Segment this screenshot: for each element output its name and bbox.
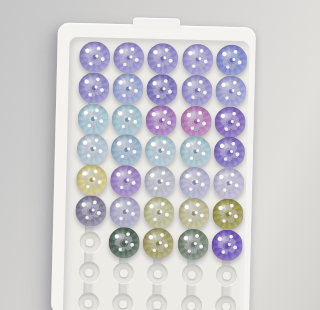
tray-slot: ✿ (75, 133, 110, 165)
tray-slot (105, 288, 140, 310)
bead-pale-green-champagne: ✿ (144, 197, 176, 229)
tray-slot: ✿ (145, 74, 180, 106)
tray-slot: ✿ (210, 229, 245, 261)
bead-lilac: ✿ (110, 165, 142, 197)
empty-slot (112, 293, 134, 310)
bead-medium-purple: ✿ (215, 106, 247, 138)
tray-slot (72, 257, 107, 289)
tray-tab (133, 17, 180, 28)
empty-slot (78, 292, 100, 310)
empty-slot (146, 294, 168, 310)
bead-ice-aqua: ✿ (77, 103, 109, 135)
empty-slot (215, 296, 237, 310)
bead-pink-mauve: ✿ (180, 105, 212, 137)
tray-slot (72, 226, 107, 258)
empty-slot (216, 265, 238, 287)
tray-slot: ✿ (177, 167, 212, 199)
bead-champagne-yellow: ✿ (76, 164, 108, 196)
bead-grid: ✿✿✿✿✿✿✿✿✿✿✿✿✿✿✿✿✿✿✿✿✿✿✿✿✿✿✿✿✿✿✿✿✿✿ (63, 37, 250, 310)
tray-slot: ✿ (110, 103, 145, 135)
tray-slot: ✿ (180, 44, 215, 76)
bead-smoky-grey-mauve: ✿ (75, 195, 107, 227)
bead-champagne: ✿ (178, 197, 210, 229)
tray-slot: ✿ (175, 228, 210, 260)
bead-icy-silver-blue: ✿ (76, 133, 108, 165)
tray-slot: ✿ (142, 197, 177, 229)
tray-slot: ✿ (176, 198, 211, 230)
tray-slot (174, 290, 209, 310)
tray-slot (71, 287, 106, 310)
bead-periwinkle-blue: ✿ (216, 44, 248, 76)
tray-slot: ✿ (214, 44, 249, 76)
empty-slot (182, 264, 204, 286)
bead-violet: ✿ (147, 73, 179, 105)
bead-sage-green: ✿ (177, 228, 209, 260)
tray-slot (140, 289, 175, 310)
bead-olive-khaki: ✿ (212, 198, 244, 230)
bead-ice-blue-lavender: ✿ (112, 73, 144, 105)
tray-slot (175, 259, 210, 291)
empty-slot (78, 262, 100, 284)
bead-orchid-pink: ✿ (146, 104, 178, 136)
bead-vivid-violet: ✿ (212, 229, 244, 261)
bead-pale-lavender-white: ✿ (213, 168, 245, 200)
tray-slot: ✿ (110, 73, 145, 105)
bead-dark-green: ✿ (108, 227, 140, 259)
tray-slot: ✿ (211, 198, 246, 230)
tray-slot: ✿ (213, 106, 248, 138)
tray-slot (209, 260, 244, 292)
tray-slot: ✿ (146, 43, 181, 75)
bead-silver-ab: ✿ (144, 166, 176, 198)
bead-pale-lavender: ✿ (182, 44, 214, 76)
tray-slot: ✿ (111, 42, 146, 74)
rose-carving-glyph: ✿ (74, 194, 107, 227)
tray-slot: ✿ (107, 227, 142, 259)
tray-slot: ✿ (73, 195, 108, 227)
rose-carving-glyph: ✿ (173, 224, 213, 264)
rose-carving-glyph: ✿ (209, 226, 246, 263)
tray-slot (106, 257, 141, 289)
tray-slot (140, 258, 175, 290)
bead-olive-champagne: ✿ (143, 227, 175, 259)
tray-slot: ✿ (76, 72, 111, 104)
empty-slot (147, 263, 169, 285)
tray-slot: ✿ (141, 227, 176, 259)
bead-ice-aqua: ✿ (111, 103, 143, 135)
tray-slot (208, 291, 243, 310)
empty-slot (113, 262, 135, 284)
tray-inner-recess: ✿✿✿✿✿✿✿✿✿✿✿✿✿✿✿✿✿✿✿✿✿✿✿✿✿✿✿✿✿✿✿✿✿✿ (63, 37, 250, 310)
empty-slot (79, 231, 101, 253)
empty-slot (181, 295, 203, 310)
tray-slot: ✿ (143, 166, 178, 198)
tray-slot: ✿ (74, 164, 109, 196)
tray-slot: ✿ (144, 104, 179, 136)
bead-tray: ✿✿✿✿✿✿✿✿✿✿✿✿✿✿✿✿✿✿✿✿✿✿✿✿✿✿✿✿✿✿✿✿✿✿ (51, 23, 256, 310)
tray-slot: ✿ (211, 168, 246, 200)
bead-lavender: ✿ (113, 42, 145, 74)
bead-lavender: ✿ (147, 43, 179, 75)
tray-slot: ✿ (75, 103, 110, 135)
